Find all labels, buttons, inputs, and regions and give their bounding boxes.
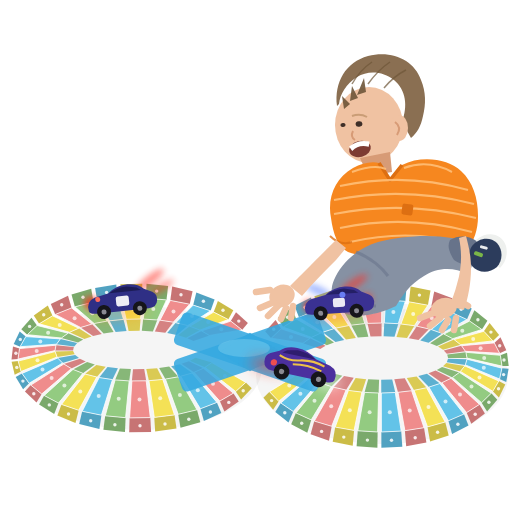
track-wall-hole [497, 387, 500, 390]
track-wall-hole [67, 412, 70, 415]
track-wall-hole [474, 413, 477, 416]
car-left-number-patch [116, 295, 130, 306]
track-wall-hole [414, 436, 417, 439]
track-wall-hole [89, 419, 92, 422]
track-wall-hole [81, 296, 84, 299]
track-rung-hole [458, 393, 462, 397]
track-rung-hole [138, 398, 142, 402]
track-wall-hole [179, 293, 182, 296]
track-wall-hole [227, 401, 230, 404]
track-wall-hole [60, 303, 63, 306]
track-wall-hole [15, 366, 18, 369]
track-wall-hole [237, 319, 240, 322]
track-rung-hole [62, 384, 66, 388]
track-rung-hole [329, 404, 333, 408]
track-wall-hole [320, 430, 323, 433]
track-rung-hole [470, 385, 474, 389]
track-wall-inner [126, 319, 140, 331]
track-wall-hole [270, 399, 273, 402]
track-rung-hole [298, 392, 302, 396]
track-wall-hole [28, 325, 31, 328]
track-rung-hole [408, 409, 412, 413]
scene-svg [0, 0, 520, 520]
track-rung-hole [313, 399, 317, 403]
track-rung-hole [117, 397, 121, 401]
track-wall-hole [21, 379, 24, 382]
track-wall-hole [489, 330, 492, 333]
track-wall-hole [436, 431, 439, 434]
track-wall-hole [221, 309, 224, 312]
track-rung-hole [411, 312, 415, 316]
track-rung-hole [41, 368, 45, 372]
track-rung-hole [172, 310, 176, 314]
track-rung-hole [471, 337, 475, 341]
photo-stage [0, 0, 520, 520]
track-rung-hole [368, 410, 372, 414]
track-rung-hole [158, 396, 162, 400]
boy-shirt-logo [401, 203, 413, 215]
track-rung-hole [73, 316, 77, 320]
track-wall-hole [502, 358, 505, 361]
track-rung-hole [482, 366, 486, 370]
track-wall-hole [42, 313, 45, 316]
track-rung-hole [479, 346, 483, 350]
track-rung-hole [391, 310, 395, 314]
track-wall-hole [14, 352, 17, 355]
track-wall-hole [163, 422, 166, 425]
track-rung-hole [58, 323, 62, 327]
track-wall-hole [202, 300, 205, 303]
track-wall-hole [418, 293, 421, 296]
track-wall-hole [209, 410, 212, 413]
track-wall-hole [300, 422, 303, 425]
track-rung-hole [151, 307, 155, 311]
track-wall-hole [138, 424, 141, 427]
track-rung-hole [35, 349, 39, 353]
track-wall-hole [390, 439, 393, 442]
track-wall-hole [187, 418, 190, 421]
track-wall-hole [48, 403, 51, 406]
track-wall-hole [283, 411, 286, 414]
track-wall-hole [498, 344, 501, 347]
track-rung-hole [38, 340, 42, 344]
track-wall-hole [476, 318, 479, 321]
track-rung-hole [97, 394, 101, 398]
track-wall-hole [113, 423, 116, 426]
track-rung-hole [388, 410, 392, 414]
track-wall-hole [19, 338, 22, 341]
track-rung-hole [36, 358, 40, 362]
track-wall-hole [502, 373, 505, 376]
track-rung-hole [348, 408, 352, 412]
car-right-number-patch [333, 298, 346, 308]
track-rung-hole [78, 390, 82, 394]
track-wall-hole [456, 423, 459, 426]
track-wall-hole [487, 401, 490, 404]
track-rung-hole [196, 388, 200, 392]
track-rung-hole [427, 405, 431, 409]
track-wall-hole [242, 389, 245, 392]
track-rung-hole [178, 393, 182, 397]
track-rung-hole [444, 400, 448, 404]
track-rung-hole [482, 356, 486, 360]
crossing-highlight [218, 339, 270, 357]
track-rung-hole [460, 329, 464, 333]
track-rung-hole [46, 331, 50, 335]
track-wall-inner [132, 369, 146, 381]
track-wall-hole [32, 392, 35, 395]
track-rung-hole [50, 376, 54, 380]
track-wall-hole [366, 438, 369, 441]
track-rung-hole [478, 376, 482, 380]
track-wall-hole [342, 435, 345, 438]
track-rung-hole [287, 383, 291, 387]
